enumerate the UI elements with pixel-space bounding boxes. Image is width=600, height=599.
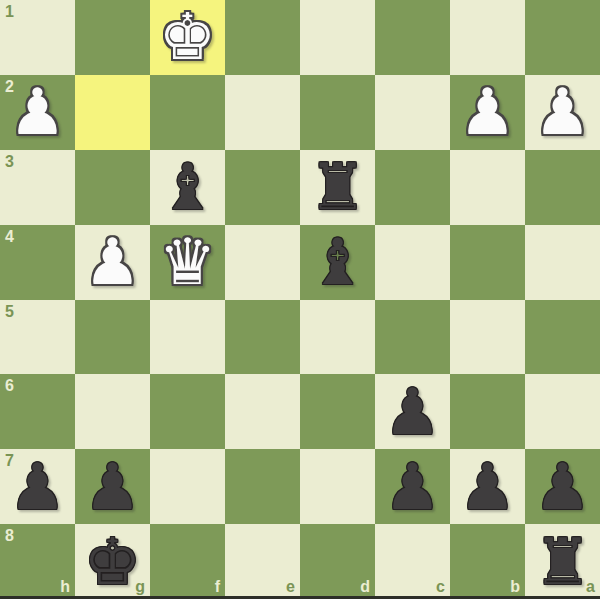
square-f5[interactable] (150, 300, 225, 375)
square-b8[interactable]: b (450, 524, 525, 599)
square-f4[interactable]: ♛ (150, 225, 225, 300)
square-d2[interactable] (300, 75, 375, 150)
square-e1[interactable] (225, 0, 300, 75)
square-a7[interactable]: ♟ (525, 449, 600, 524)
square-a6[interactable] (525, 374, 600, 449)
square-f2[interactable] (150, 75, 225, 150)
chess-board: 1♚2♟♟♟3♝♜4♟♛♝56♟7♟♟♟♟♟8hg♚fedcba♜ (0, 0, 600, 599)
rank-label-1: 1 (5, 4, 14, 20)
square-e2[interactable] (225, 75, 300, 150)
piece-black-pawn[interactable]: ♟ (0, 449, 75, 524)
square-c5[interactable] (375, 300, 450, 375)
square-f8[interactable]: f (150, 524, 225, 599)
square-h5[interactable]: 5 (0, 300, 75, 375)
square-e5[interactable] (225, 300, 300, 375)
square-c4[interactable] (375, 225, 450, 300)
piece-black-pawn[interactable]: ♟ (525, 449, 600, 524)
piece-white-pawn[interactable]: ♟ (0, 75, 75, 150)
square-c2[interactable] (375, 75, 450, 150)
piece-black-pawn[interactable]: ♟ (375, 374, 450, 449)
square-f7[interactable] (150, 449, 225, 524)
square-c1[interactable] (375, 0, 450, 75)
file-label-d: d (360, 579, 370, 595)
square-b4[interactable] (450, 225, 525, 300)
square-h1[interactable]: 1 (0, 0, 75, 75)
file-label-f: f (215, 579, 220, 595)
square-g2[interactable] (75, 75, 150, 150)
file-label-c: c (436, 579, 445, 595)
piece-black-king[interactable]: ♚ (75, 524, 150, 599)
square-h4[interactable]: 4 (0, 225, 75, 300)
square-d8[interactable]: d (300, 524, 375, 599)
square-d6[interactable] (300, 374, 375, 449)
square-e4[interactable] (225, 225, 300, 300)
square-g5[interactable] (75, 300, 150, 375)
square-c3[interactable] (375, 150, 450, 225)
piece-white-pawn[interactable]: ♟ (450, 75, 525, 150)
piece-black-pawn[interactable]: ♟ (75, 449, 150, 524)
rank-label-3: 3 (5, 154, 14, 170)
square-e6[interactable] (225, 374, 300, 449)
square-c7[interactable]: ♟ (375, 449, 450, 524)
square-b5[interactable] (450, 300, 525, 375)
square-d5[interactable] (300, 300, 375, 375)
square-b6[interactable] (450, 374, 525, 449)
square-a8[interactable]: a♜ (525, 524, 600, 599)
square-e7[interactable] (225, 449, 300, 524)
square-c8[interactable]: c (375, 524, 450, 599)
square-g3[interactable] (75, 150, 150, 225)
square-a1[interactable] (525, 0, 600, 75)
square-d3[interactable]: ♜ (300, 150, 375, 225)
rank-label-4: 4 (5, 229, 14, 245)
square-h2[interactable]: 2♟ (0, 75, 75, 150)
square-h8[interactable]: 8h (0, 524, 75, 599)
piece-black-pawn[interactable]: ♟ (375, 449, 450, 524)
square-e8[interactable]: e (225, 524, 300, 599)
square-a5[interactable] (525, 300, 600, 375)
piece-white-pawn[interactable]: ♟ (525, 75, 600, 150)
piece-white-king[interactable]: ♚ (150, 0, 225, 75)
square-b3[interactable] (450, 150, 525, 225)
file-label-b: b (510, 579, 520, 595)
square-a4[interactable] (525, 225, 600, 300)
square-h3[interactable]: 3 (0, 150, 75, 225)
file-label-h: h (60, 579, 70, 595)
square-f6[interactable] (150, 374, 225, 449)
square-c6[interactable]: ♟ (375, 374, 450, 449)
square-f3[interactable]: ♝ (150, 150, 225, 225)
square-b1[interactable] (450, 0, 525, 75)
square-d4[interactable]: ♝ (300, 225, 375, 300)
piece-black-rook[interactable]: ♜ (300, 150, 375, 225)
square-d7[interactable] (300, 449, 375, 524)
file-label-e: e (286, 579, 295, 595)
piece-black-pawn[interactable]: ♟ (450, 449, 525, 524)
board-grid: 1♚2♟♟♟3♝♜4♟♛♝56♟7♟♟♟♟♟8hg♚fedcba♜ (0, 0, 600, 599)
piece-black-bishop[interactable]: ♝ (300, 225, 375, 300)
square-f1[interactable]: ♚ (150, 0, 225, 75)
square-e3[interactable] (225, 150, 300, 225)
piece-white-queen[interactable]: ♛ (150, 225, 225, 300)
rank-label-6: 6 (5, 378, 14, 394)
rank-label-5: 5 (5, 304, 14, 320)
piece-black-bishop[interactable]: ♝ (150, 150, 225, 225)
square-a2[interactable]: ♟ (525, 75, 600, 150)
square-h6[interactable]: 6 (0, 374, 75, 449)
rank-label-8: 8 (5, 528, 14, 544)
square-h7[interactable]: 7♟ (0, 449, 75, 524)
square-g6[interactable] (75, 374, 150, 449)
piece-black-rook[interactable]: ♜ (525, 524, 600, 599)
square-b7[interactable]: ♟ (450, 449, 525, 524)
square-d1[interactable] (300, 0, 375, 75)
piece-white-pawn[interactable]: ♟ (75, 225, 150, 300)
square-b2[interactable]: ♟ (450, 75, 525, 150)
square-g1[interactable] (75, 0, 150, 75)
square-g8[interactable]: g♚ (75, 524, 150, 599)
square-g7[interactable]: ♟ (75, 449, 150, 524)
square-a3[interactable] (525, 150, 600, 225)
square-g4[interactable]: ♟ (75, 225, 150, 300)
